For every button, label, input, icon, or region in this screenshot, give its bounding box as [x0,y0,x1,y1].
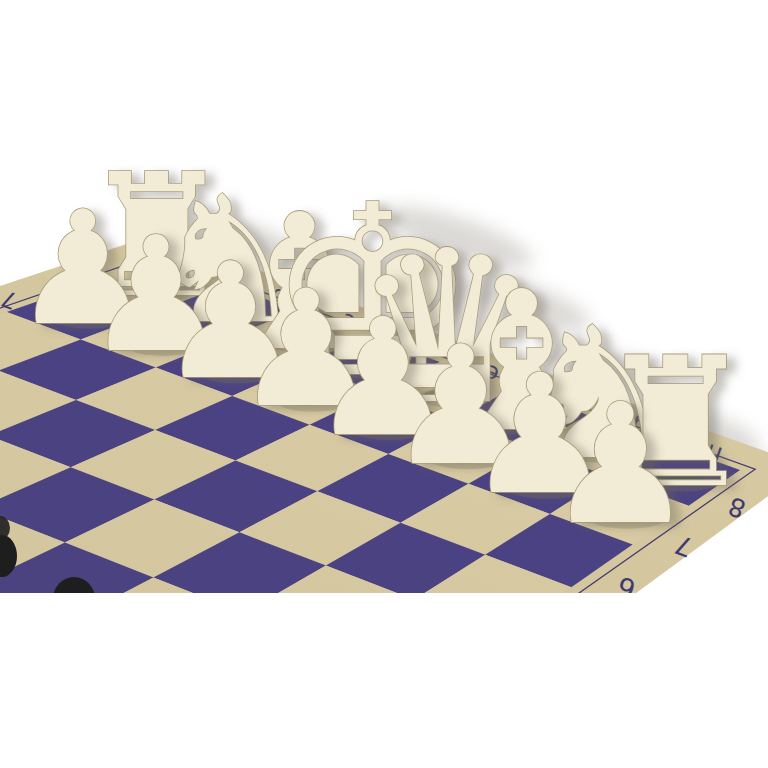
piece-pawn-h7: ♟ [546,368,695,561]
chess-product-photo: bcdefgh87876♜♞♝♚♛♝♞♜♟♟♟♟♟♟♟♟ [0,0,768,768]
photo-crop-white [0,593,768,768]
chess-board-photo: bcdefgh87876♜♞♝♚♛♝♞♜♟♟♟♟♟♟♟♟ [0,0,768,768]
piece-glyph-pawn: ♟ [546,368,695,561]
